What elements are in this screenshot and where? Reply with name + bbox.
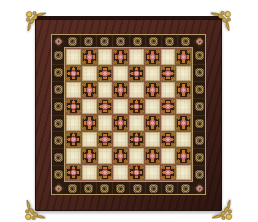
ornamental-border-band bbox=[51, 34, 206, 195]
square-e4[interactable] bbox=[129, 115, 144, 131]
medallion-cell bbox=[193, 131, 205, 148]
gold-corner-ornament-icon bbox=[24, 197, 48, 221]
medallion-cell bbox=[52, 148, 64, 165]
medallion-icon bbox=[181, 37, 190, 46]
square-d1[interactable] bbox=[113, 165, 128, 181]
medallion-cell bbox=[52, 98, 64, 115]
square-g2[interactable] bbox=[161, 148, 176, 164]
square-f8[interactable] bbox=[145, 49, 160, 65]
brass-filigree-icon bbox=[208, 10, 232, 34]
medallion-cell bbox=[52, 47, 64, 64]
square-h7[interactable] bbox=[176, 66, 191, 82]
square-c2[interactable] bbox=[98, 148, 113, 164]
square-b6[interactable] bbox=[82, 82, 97, 98]
medallion-icon bbox=[133, 184, 142, 193]
medallion-icon bbox=[181, 184, 190, 193]
medallion-icon bbox=[133, 37, 142, 46]
square-h8[interactable] bbox=[176, 49, 191, 65]
square-g1[interactable] bbox=[161, 165, 176, 181]
square-a7[interactable] bbox=[66, 66, 81, 82]
square-d2[interactable] bbox=[113, 148, 128, 164]
square-a6[interactable] bbox=[66, 82, 81, 98]
band-corner-rosette bbox=[193, 35, 205, 47]
square-c7[interactable] bbox=[98, 66, 113, 82]
square-a1[interactable] bbox=[66, 165, 81, 181]
gold-corner-ornament-icon bbox=[25, 10, 49, 34]
medallion-icon bbox=[116, 184, 125, 193]
square-f2[interactable] bbox=[145, 148, 160, 164]
medallion-icon bbox=[165, 37, 174, 46]
medallion-cell bbox=[177, 182, 193, 194]
medallion-cell bbox=[80, 182, 96, 194]
square-e5[interactable] bbox=[129, 99, 144, 115]
square-e7[interactable] bbox=[129, 66, 144, 82]
medallion-icon bbox=[54, 51, 63, 60]
medallion-icon bbox=[195, 153, 204, 162]
medallion-cell bbox=[193, 115, 205, 132]
brass-filigree-icon bbox=[24, 197, 48, 221]
square-b5[interactable] bbox=[82, 99, 97, 115]
square-g8[interactable] bbox=[161, 49, 176, 65]
square-h4[interactable] bbox=[176, 115, 191, 131]
square-c4[interactable] bbox=[98, 115, 113, 131]
medallion-icon bbox=[54, 68, 63, 77]
medallion-cell bbox=[96, 182, 112, 194]
square-d3[interactable] bbox=[113, 132, 128, 148]
chess-board bbox=[35, 16, 222, 211]
square-c1[interactable] bbox=[98, 165, 113, 181]
medallion-icon bbox=[54, 136, 63, 145]
medallion-cell bbox=[64, 35, 80, 47]
medallion-icon bbox=[54, 85, 63, 94]
medallion-cell bbox=[52, 131, 64, 148]
square-f4[interactable] bbox=[145, 115, 160, 131]
medallion-cell bbox=[193, 98, 205, 115]
square-a2[interactable] bbox=[66, 148, 81, 164]
square-f7[interactable] bbox=[145, 66, 160, 82]
square-c8[interactable] bbox=[98, 49, 113, 65]
medallion-cell bbox=[145, 35, 161, 47]
medallion-icon bbox=[195, 51, 204, 60]
medallion-icon bbox=[195, 119, 204, 128]
square-f6[interactable] bbox=[145, 82, 160, 98]
rosette-icon bbox=[194, 36, 204, 46]
square-b3[interactable] bbox=[82, 132, 97, 148]
band-corner-rosette bbox=[193, 182, 205, 194]
rosette-icon bbox=[53, 183, 63, 193]
medallion-cell bbox=[112, 182, 128, 194]
square-d4[interactable] bbox=[113, 115, 128, 131]
medallion-icon bbox=[195, 136, 204, 145]
medallion-cell bbox=[161, 35, 177, 47]
medallion-icon bbox=[165, 184, 174, 193]
square-h1[interactable] bbox=[176, 165, 191, 181]
gold-corner-ornament-icon bbox=[208, 10, 232, 34]
square-g3[interactable] bbox=[161, 132, 176, 148]
medallion-icon bbox=[54, 119, 63, 128]
medallion-cell bbox=[52, 165, 64, 182]
medallion-icon bbox=[100, 184, 109, 193]
medallion-icon bbox=[54, 153, 63, 162]
square-h5[interactable] bbox=[176, 99, 191, 115]
brass-filigree-icon bbox=[209, 197, 233, 221]
square-d7[interactable] bbox=[113, 66, 128, 82]
square-c6[interactable] bbox=[98, 82, 113, 98]
medallion-cell bbox=[193, 148, 205, 165]
band-corner-rosette bbox=[52, 182, 64, 194]
medallion-cell bbox=[112, 35, 128, 47]
medallion-icon bbox=[149, 184, 158, 193]
medallion-icon bbox=[195, 170, 204, 179]
medallion-icon bbox=[68, 184, 77, 193]
medallion-icon bbox=[195, 102, 204, 111]
medallion-cell bbox=[193, 165, 205, 182]
square-g6[interactable] bbox=[161, 82, 176, 98]
medallion-icon bbox=[100, 37, 109, 46]
medallion-cell bbox=[96, 35, 112, 47]
medallion-cell bbox=[193, 47, 205, 64]
medallion-icon bbox=[116, 37, 125, 46]
rosette-icon bbox=[194, 183, 204, 193]
medallion-icon bbox=[84, 184, 93, 193]
medallion-icon bbox=[68, 37, 77, 46]
medallion-strip-left bbox=[52, 47, 64, 182]
square-b4[interactable] bbox=[82, 115, 97, 131]
medallion-icon bbox=[195, 85, 204, 94]
square-g7[interactable] bbox=[161, 66, 176, 82]
square-b8[interactable] bbox=[82, 49, 97, 65]
medallion-strip-bottom bbox=[64, 182, 193, 194]
playing-field bbox=[64, 47, 193, 182]
square-d6[interactable] bbox=[113, 82, 128, 98]
square-b1[interactable] bbox=[82, 165, 97, 181]
square-h6[interactable] bbox=[176, 82, 191, 98]
square-a5[interactable] bbox=[66, 99, 81, 115]
square-a4[interactable] bbox=[66, 115, 81, 131]
medallion-cell bbox=[161, 182, 177, 194]
square-c3[interactable] bbox=[98, 132, 113, 148]
checkerboard-grid bbox=[64, 47, 193, 182]
square-e8[interactable] bbox=[129, 49, 144, 65]
medallion-cell bbox=[145, 182, 161, 194]
square-g4[interactable] bbox=[161, 115, 176, 131]
band-corner-rosette bbox=[52, 35, 64, 47]
medallion-cell bbox=[129, 35, 145, 47]
medallion-cell bbox=[177, 35, 193, 47]
medallion-strip-top bbox=[64, 35, 193, 47]
medallion-cell bbox=[193, 81, 205, 98]
square-h3[interactable] bbox=[176, 132, 191, 148]
medallion-cell bbox=[80, 35, 96, 47]
medallion-cell bbox=[52, 115, 64, 132]
square-e1[interactable] bbox=[129, 165, 144, 181]
medallion-icon bbox=[54, 170, 63, 179]
square-e2[interactable] bbox=[129, 148, 144, 164]
square-f1[interactable] bbox=[145, 165, 160, 181]
medallion-icon bbox=[149, 37, 158, 46]
product-photo bbox=[0, 0, 258, 222]
medallion-cell bbox=[193, 64, 205, 81]
square-e6[interactable] bbox=[129, 82, 144, 98]
square-b2[interactable] bbox=[82, 148, 97, 164]
medallion-icon bbox=[84, 37, 93, 46]
gold-corner-ornament-icon bbox=[209, 197, 233, 221]
square-f5[interactable] bbox=[145, 99, 160, 115]
square-d8[interactable] bbox=[113, 49, 128, 65]
square-a8[interactable] bbox=[66, 49, 81, 65]
medallion-cell bbox=[129, 182, 145, 194]
medallion-strip-right bbox=[193, 47, 205, 182]
square-b7[interactable] bbox=[82, 66, 97, 82]
medallion-cell bbox=[64, 182, 80, 194]
medallion-cell bbox=[52, 64, 64, 81]
square-g5[interactable] bbox=[161, 99, 176, 115]
rosette-icon bbox=[53, 36, 63, 46]
square-c5[interactable] bbox=[98, 99, 113, 115]
square-h2[interactable] bbox=[176, 148, 191, 164]
brass-filigree-icon bbox=[25, 10, 49, 34]
medallion-icon bbox=[54, 102, 63, 111]
medallion-cell bbox=[52, 81, 64, 98]
square-d5[interactable] bbox=[113, 99, 128, 115]
square-e3[interactable] bbox=[129, 132, 144, 148]
square-a3[interactable] bbox=[66, 132, 81, 148]
medallion-icon bbox=[195, 68, 204, 77]
square-f3[interactable] bbox=[145, 132, 160, 148]
